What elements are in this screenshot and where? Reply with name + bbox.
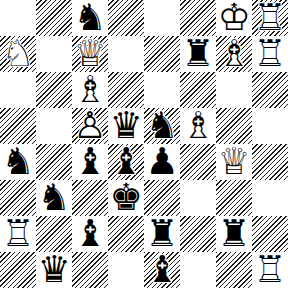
square-b6[interactable] (36, 72, 72, 108)
square-e4[interactable]: ♟♟ (144, 144, 180, 180)
white-knight-fill: ♞ (0, 36, 36, 72)
black-knight-fill: ♞ (144, 108, 180, 144)
white-rook-icon: ♖ (252, 36, 288, 72)
square-f5[interactable]: ♝♗ (180, 108, 216, 144)
square-b2[interactable] (36, 216, 72, 252)
square-a6[interactable] (0, 72, 36, 108)
black-king-fill: ♚ (108, 180, 144, 216)
white-knight-icon: ♘ (0, 36, 36, 72)
white-bishop-icon: ♗ (72, 72, 108, 108)
black-bishop-icon: ♝ (144, 252, 180, 288)
square-g5[interactable] (216, 108, 252, 144)
square-d4[interactable]: ♝♝ (108, 144, 144, 180)
black-queen-icon: ♛ (108, 108, 144, 144)
black-knight-icon: ♞ (72, 0, 108, 36)
square-f6[interactable] (180, 72, 216, 108)
square-c3[interactable] (72, 180, 108, 216)
black-bishop-icon: ♝ (72, 144, 108, 180)
square-h4[interactable] (252, 144, 288, 180)
square-h6[interactable] (252, 72, 288, 108)
square-d8[interactable] (108, 0, 144, 36)
black-knight-fill: ♞ (0, 144, 36, 180)
black-bishop-fill: ♝ (144, 252, 180, 288)
white-queen-fill: ♛ (216, 144, 252, 180)
square-h5[interactable] (252, 108, 288, 144)
square-e1[interactable]: ♝♝ (144, 252, 180, 288)
black-bishop-icon: ♝ (72, 216, 108, 252)
white-rook-fill: ♜ (0, 216, 36, 252)
square-b7[interactable] (36, 36, 72, 72)
square-e7[interactable] (144, 36, 180, 72)
square-e8[interactable] (144, 0, 180, 36)
square-b5[interactable] (36, 108, 72, 144)
white-king-icon: ♔ (216, 0, 252, 36)
square-c2[interactable]: ♝♝ (72, 216, 108, 252)
square-c1[interactable] (72, 252, 108, 288)
black-rook-fill: ♜ (144, 216, 180, 252)
chess-board: ♞♞♚♔♜♖♞♘♛♕♜♜♝♗♜♖♝♗♟♙♛♛♞♞♝♗♞♞♝♝♝♝♟♟♛♕♞♞♚♚… (0, 0, 288, 288)
black-king-icon: ♚ (108, 180, 144, 216)
black-knight-fill: ♞ (72, 0, 108, 36)
square-e6[interactable] (144, 72, 180, 108)
square-d2[interactable] (108, 216, 144, 252)
white-rook-icon: ♖ (252, 252, 288, 288)
black-bishop-fill: ♝ (72, 216, 108, 252)
white-rook-fill: ♜ (252, 0, 288, 36)
square-a3[interactable] (0, 180, 36, 216)
square-g1[interactable] (216, 252, 252, 288)
square-f8[interactable] (180, 0, 216, 36)
square-f3[interactable] (180, 180, 216, 216)
black-rook-fill: ♜ (216, 216, 252, 252)
white-bishop-icon: ♗ (180, 108, 216, 144)
square-g7[interactable]: ♝♗ (216, 36, 252, 72)
square-c8[interactable]: ♞♞ (72, 0, 108, 36)
square-f7[interactable]: ♜♜ (180, 36, 216, 72)
square-c6[interactable]: ♝♗ (72, 72, 108, 108)
square-b3[interactable]: ♞♞ (36, 180, 72, 216)
square-g3[interactable] (216, 180, 252, 216)
black-pawn-icon: ♟ (144, 144, 180, 180)
square-h3[interactable] (252, 180, 288, 216)
black-rook-icon: ♜ (216, 216, 252, 252)
black-queen-icon: ♛ (36, 252, 72, 288)
square-a5[interactable] (0, 108, 36, 144)
black-pawn-fill: ♟ (144, 144, 180, 180)
square-a2[interactable]: ♜♖ (0, 216, 36, 252)
square-b1[interactable]: ♛♛ (36, 252, 72, 288)
square-h7[interactable]: ♜♖ (252, 36, 288, 72)
square-a8[interactable] (0, 0, 36, 36)
black-queen-fill: ♛ (108, 108, 144, 144)
white-rook-fill: ♜ (252, 252, 288, 288)
square-e5[interactable]: ♞♞ (144, 108, 180, 144)
square-d5[interactable]: ♛♛ (108, 108, 144, 144)
square-e3[interactable] (144, 180, 180, 216)
black-bishop-fill: ♝ (72, 144, 108, 180)
black-bishop-icon: ♝ (108, 144, 144, 180)
square-g2[interactable]: ♜♜ (216, 216, 252, 252)
square-h8[interactable]: ♜♖ (252, 0, 288, 36)
square-d1[interactable] (108, 252, 144, 288)
white-rook-icon: ♖ (0, 216, 36, 252)
square-g6[interactable] (216, 72, 252, 108)
square-h2[interactable] (252, 216, 288, 252)
white-queen-icon: ♕ (72, 36, 108, 72)
black-knight-fill: ♞ (36, 180, 72, 216)
square-d3[interactable]: ♚♚ (108, 180, 144, 216)
white-bishop-fill: ♝ (216, 36, 252, 72)
square-c4[interactable]: ♝♝ (72, 144, 108, 180)
square-c7[interactable]: ♛♕ (72, 36, 108, 72)
white-rook-icon: ♖ (252, 0, 288, 36)
black-queen-fill: ♛ (36, 252, 72, 288)
white-rook-fill: ♜ (252, 36, 288, 72)
black-knight-icon: ♞ (0, 144, 36, 180)
white-bishop-fill: ♝ (180, 108, 216, 144)
square-d7[interactable] (108, 36, 144, 72)
black-knight-icon: ♞ (36, 180, 72, 216)
white-queen-icon: ♕ (216, 144, 252, 180)
square-c5[interactable]: ♟♙ (72, 108, 108, 144)
square-g8[interactable]: ♚♔ (216, 0, 252, 36)
square-g4[interactable]: ♛♕ (216, 144, 252, 180)
black-rook-fill: ♜ (180, 36, 216, 72)
square-b4[interactable] (36, 144, 72, 180)
white-pawn-icon: ♙ (72, 108, 108, 144)
white-bishop-icon: ♗ (216, 36, 252, 72)
white-king-fill: ♚ (216, 0, 252, 36)
black-knight-icon: ♞ (144, 108, 180, 144)
square-a7[interactable]: ♞♘ (0, 36, 36, 72)
square-e2[interactable]: ♜♜ (144, 216, 180, 252)
square-f4[interactable] (180, 144, 216, 180)
black-bishop-fill: ♝ (108, 144, 144, 180)
square-f1[interactable] (180, 252, 216, 288)
square-a1[interactable] (0, 252, 36, 288)
square-d6[interactable] (108, 72, 144, 108)
square-f2[interactable] (180, 216, 216, 252)
square-h1[interactable]: ♜♖ (252, 252, 288, 288)
white-queen-fill: ♛ (72, 36, 108, 72)
square-b8[interactable] (36, 0, 72, 36)
white-pawn-fill: ♟ (72, 108, 108, 144)
black-rook-icon: ♜ (144, 216, 180, 252)
square-a4[interactable]: ♞♞ (0, 144, 36, 180)
black-rook-icon: ♜ (180, 36, 216, 72)
white-bishop-fill: ♝ (72, 72, 108, 108)
